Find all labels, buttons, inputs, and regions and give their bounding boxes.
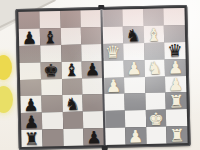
black-pawn[interactable]: ♟ bbox=[83, 128, 104, 145]
black-bishop[interactable]: ♝ bbox=[40, 28, 61, 45]
white-pawn[interactable]: ♟ bbox=[123, 60, 144, 77]
white-knight[interactable]: ♞ bbox=[144, 59, 165, 76]
white-pawn[interactable]: ♟ bbox=[125, 127, 146, 144]
pieces-layer: ♟♝♞♝♛♛♚♝♟♟♞♟♟♟♟♞♜♟♚♜♟♟♜ bbox=[18, 8, 187, 147]
black-knight[interactable]: ♞ bbox=[62, 95, 83, 112]
black-bishop[interactable]: ♝ bbox=[61, 61, 82, 78]
white-king[interactable]: ♚ bbox=[145, 110, 166, 127]
black-pawn[interactable]: ♟ bbox=[82, 61, 103, 78]
white-rook[interactable]: ♜ bbox=[166, 92, 187, 109]
white-bishop[interactable]: ♝ bbox=[143, 25, 164, 42]
black-pawn[interactable]: ♟ bbox=[21, 113, 42, 130]
board-hinge-bottom bbox=[102, 146, 108, 150]
white-rook[interactable]: ♜ bbox=[166, 126, 187, 143]
white-queen[interactable]: ♛ bbox=[102, 43, 123, 60]
black-king[interactable]: ♚ bbox=[40, 62, 61, 79]
white-pawn[interactable]: ♟ bbox=[103, 77, 124, 94]
chess-board: ♟♝♞♝♛♛♚♝♟♟♞♟♟♟♟♞♜♟♚♜♟♟♜ bbox=[15, 5, 190, 150]
board-hinge-top bbox=[98, 5, 104, 9]
black-rook[interactable]: ♜ bbox=[21, 130, 42, 147]
black-knight[interactable]: ♞ bbox=[123, 26, 144, 43]
yellow-object-2 bbox=[0, 86, 13, 113]
table-surface: ♟♝♞♝♛♛♚♝♟♟♞♟♟♟♟♞♜♟♚♜♟♟♜ bbox=[0, 0, 200, 150]
black-pawn[interactable]: ♟ bbox=[19, 28, 40, 45]
yellow-object-1 bbox=[0, 55, 12, 80]
